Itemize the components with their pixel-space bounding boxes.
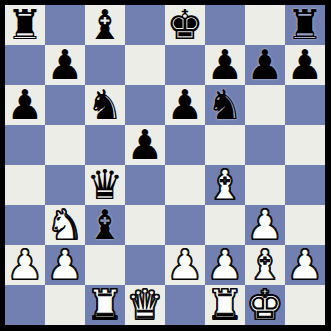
square-h2[interactable]: ♟ (285, 245, 325, 285)
square-a3[interactable] (5, 205, 45, 245)
square-f7[interactable]: ♟ (205, 45, 245, 85)
piece-white-pawn[interactable]: ♟ (7, 245, 44, 285)
piece-black-rook[interactable]: ♜ (7, 5, 44, 45)
piece-black-bishop[interactable]: ♝ (87, 205, 124, 245)
square-h1[interactable] (285, 285, 325, 325)
piece-black-pawn[interactable]: ♟ (127, 125, 164, 165)
piece-black-pawn[interactable]: ♟ (247, 45, 284, 85)
square-c2[interactable] (85, 245, 125, 285)
piece-black-pawn[interactable]: ♟ (47, 45, 84, 85)
square-c8[interactable]: ♝ (85, 5, 125, 45)
piece-white-knight[interactable]: ♞ (47, 205, 84, 245)
piece-white-pawn[interactable]: ♟ (167, 245, 204, 285)
square-a2[interactable]: ♟ (5, 245, 45, 285)
square-a1[interactable] (5, 285, 45, 325)
square-a7[interactable] (5, 45, 45, 85)
square-h5[interactable] (285, 125, 325, 165)
square-c3[interactable]: ♝ (85, 205, 125, 245)
square-a6[interactable]: ♟ (5, 85, 45, 125)
square-c6[interactable]: ♞ (85, 85, 125, 125)
square-d1[interactable]: ♛ (125, 285, 165, 325)
square-d8[interactable] (125, 5, 165, 45)
square-f1[interactable]: ♜ (205, 285, 245, 325)
piece-white-pawn[interactable]: ♟ (47, 245, 84, 285)
piece-white-rook[interactable]: ♜ (87, 285, 124, 325)
piece-white-queen[interactable]: ♛ (127, 285, 164, 325)
square-c5[interactable] (85, 125, 125, 165)
square-e4[interactable] (165, 165, 205, 205)
piece-black-pawn[interactable]: ♟ (7, 85, 44, 125)
square-b2[interactable]: ♟ (45, 245, 85, 285)
square-d7[interactable] (125, 45, 165, 85)
piece-white-bishop[interactable]: ♝ (207, 165, 244, 205)
piece-white-pawn[interactable]: ♟ (207, 245, 244, 285)
square-f4[interactable]: ♝ (205, 165, 245, 205)
piece-black-knight[interactable]: ♞ (87, 85, 124, 125)
square-b7[interactable]: ♟ (45, 45, 85, 85)
square-e3[interactable] (165, 205, 205, 245)
piece-white-pawn[interactable]: ♟ (287, 245, 324, 285)
square-d2[interactable] (125, 245, 165, 285)
square-e1[interactable] (165, 285, 205, 325)
square-a4[interactable] (5, 165, 45, 205)
square-g6[interactable] (245, 85, 285, 125)
square-f2[interactable]: ♟ (205, 245, 245, 285)
square-c7[interactable] (85, 45, 125, 85)
piece-black-pawn[interactable]: ♟ (167, 85, 204, 125)
piece-black-bishop[interactable]: ♝ (87, 5, 124, 45)
chess-board-frame: ♜♝♚♜♟♟♟♟♟♞♟♞♟♛♝♞♝♟♟♟♟♟♝♟♜♛♜♚ (0, 0, 331, 331)
square-h7[interactable]: ♟ (285, 45, 325, 85)
piece-black-queen[interactable]: ♛ (87, 165, 124, 205)
piece-white-king[interactable]: ♚ (247, 285, 284, 325)
chess-board: ♜♝♚♜♟♟♟♟♟♞♟♞♟♛♝♞♝♟♟♟♟♟♝♟♜♛♜♚ (5, 5, 325, 325)
square-e6[interactable]: ♟ (165, 85, 205, 125)
square-g7[interactable]: ♟ (245, 45, 285, 85)
square-c1[interactable]: ♜ (85, 285, 125, 325)
square-b8[interactable] (45, 5, 85, 45)
square-g2[interactable]: ♝ (245, 245, 285, 285)
square-h6[interactable] (285, 85, 325, 125)
piece-white-bishop[interactable]: ♝ (247, 245, 284, 285)
square-b3[interactable]: ♞ (45, 205, 85, 245)
piece-black-knight[interactable]: ♞ (207, 85, 244, 125)
piece-white-rook[interactable]: ♜ (207, 285, 244, 325)
square-h3[interactable] (285, 205, 325, 245)
square-b1[interactable] (45, 285, 85, 325)
square-d5[interactable]: ♟ (125, 125, 165, 165)
square-g5[interactable] (245, 125, 285, 165)
square-c4[interactable]: ♛ (85, 165, 125, 205)
square-g4[interactable] (245, 165, 285, 205)
square-d6[interactable] (125, 85, 165, 125)
piece-black-pawn[interactable]: ♟ (287, 45, 324, 85)
square-g8[interactable] (245, 5, 285, 45)
square-f3[interactable] (205, 205, 245, 245)
square-g3[interactable]: ♟ (245, 205, 285, 245)
square-d3[interactable] (125, 205, 165, 245)
piece-black-pawn[interactable]: ♟ (207, 45, 244, 85)
square-f6[interactable]: ♞ (205, 85, 245, 125)
square-a5[interactable] (5, 125, 45, 165)
square-a8[interactable]: ♜ (5, 5, 45, 45)
square-h8[interactable]: ♜ (285, 5, 325, 45)
square-d4[interactable] (125, 165, 165, 205)
square-b5[interactable] (45, 125, 85, 165)
square-e7[interactable] (165, 45, 205, 85)
square-e2[interactable]: ♟ (165, 245, 205, 285)
square-f8[interactable] (205, 5, 245, 45)
square-e5[interactable] (165, 125, 205, 165)
square-h4[interactable] (285, 165, 325, 205)
piece-black-king[interactable]: ♚ (167, 5, 204, 45)
piece-black-rook[interactable]: ♜ (287, 5, 324, 45)
square-b4[interactable] (45, 165, 85, 205)
square-e8[interactable]: ♚ (165, 5, 205, 45)
square-b6[interactable] (45, 85, 85, 125)
square-f5[interactable] (205, 125, 245, 165)
piece-white-pawn[interactable]: ♟ (247, 205, 284, 245)
square-g1[interactable]: ♚ (245, 285, 285, 325)
